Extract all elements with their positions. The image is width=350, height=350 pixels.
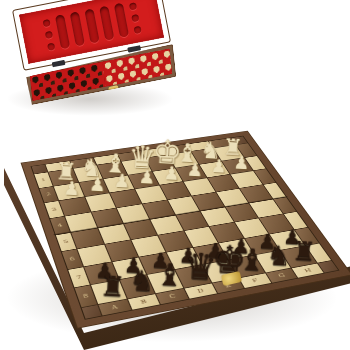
black-bishop: ♝: [155, 259, 185, 290]
rank-label-2: 2: [39, 186, 58, 202]
felt-mold-slot: [54, 14, 69, 49]
square-a8: ♜: [91, 280, 126, 304]
black-knight: ♞: [264, 242, 293, 270]
rank-label-8: 8: [75, 286, 97, 308]
felt-mold-slot: [99, 6, 114, 41]
white-pawn: ♟: [230, 153, 255, 172]
brass-clasp-icon: [108, 85, 118, 93]
white-pawn: ♟: [59, 179, 85, 199]
border-cell: [274, 197, 297, 213]
white-pawn: ♟: [134, 168, 160, 188]
black-knight: ♞: [127, 266, 157, 295]
coordinate-label: 5: [56, 233, 76, 252]
coordinate-label: 2: [39, 186, 58, 202]
border-cell: [254, 169, 275, 184]
white-pawn: ♟: [206, 157, 231, 176]
felt-mold-slot: [113, 3, 128, 38]
black-queen: ♛: [183, 248, 213, 286]
square-a2: ♟: [54, 183, 84, 201]
square-h5: [250, 199, 283, 217]
felt-mold-dots: [42, 19, 55, 51]
white-pawn: ♟: [109, 171, 135, 191]
file-label-a: A: [98, 300, 130, 316]
chess-board: 1♜♞♝♛♚♝♞♜2♟♟♟♟♟♟♟♟34567♟♟♟♟♟♟♟♟8♜♞♝♛♚♝♞♜…: [21, 131, 350, 329]
chess-set-product-photo: 1♜♞♝♛♚♝♞♜2♟♟♟♟♟♟♟♟34567♟♟♟♟♟♟♟♟8♜♞♝♛♚♝♞♜…: [0, 0, 350, 350]
stored-dark-pieces: [30, 62, 105, 101]
coordinate-label: A: [98, 300, 130, 316]
felt-mold-slot: [84, 9, 99, 44]
black-rook: ♜: [290, 237, 319, 265]
hinge-icon: [52, 60, 66, 67]
black-rook: ♜: [98, 272, 128, 302]
file-label-c: C: [156, 289, 188, 304]
coordinate-label: 8: [75, 286, 97, 308]
rank-label-5: 5: [56, 233, 76, 252]
coordinate-label: C: [156, 289, 188, 304]
felt-mold-slot: [69, 11, 84, 46]
hinge-icon: [127, 45, 141, 52]
board-surface: 1♜♞♝♛♚♝♞♜2♟♟♟♟♟♟♟♟34567♟♟♟♟♟♟♟♟8♜♞♝♛♚♝♞♜…: [21, 131, 350, 329]
white-pawn: ♟: [159, 164, 184, 183]
white-pawn: ♟: [183, 160, 208, 179]
felt-mold-dots: [128, 2, 141, 34]
stored-light-pieces: [102, 49, 172, 87]
storage-box: [12, 0, 178, 105]
white-pawn: ♟: [84, 175, 110, 195]
